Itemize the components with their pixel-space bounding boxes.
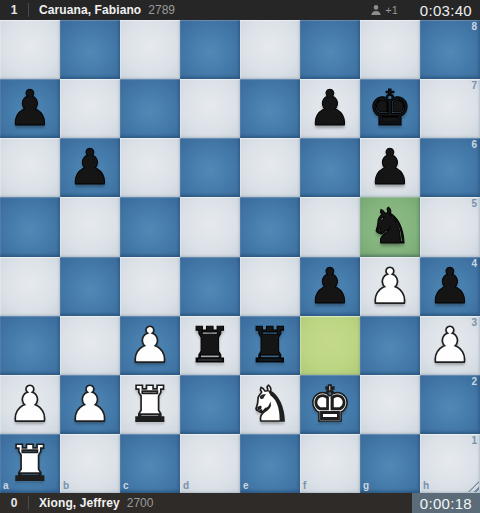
chess-board: 8♟♟♚7♟♟6♞5♟♟4♟♟♜♜3♟♟♟♜♞♚2a♜bcdefg1h — [0, 20, 480, 493]
square-b4[interactable] — [60, 257, 120, 316]
square-e7[interactable] — [240, 79, 300, 138]
square-d6[interactable] — [180, 138, 240, 197]
file-label-d: d — [183, 481, 189, 491]
square-g4[interactable]: ♟ — [360, 257, 420, 316]
square-a6[interactable] — [0, 138, 60, 197]
square-g8[interactable] — [360, 20, 420, 79]
black-pawn[interactable]: ♟ — [60, 138, 120, 197]
square-b6[interactable]: ♟ — [60, 138, 120, 197]
square-f7[interactable]: ♟ — [300, 79, 360, 138]
file-label-h: h — [423, 481, 429, 491]
file-label-c: c — [123, 481, 129, 491]
square-d1[interactable]: d — [180, 434, 240, 493]
square-e2[interactable]: ♞ — [240, 375, 300, 434]
black-pawn[interactable]: ♟ — [300, 79, 360, 138]
square-d8[interactable] — [180, 20, 240, 79]
black-pawn[interactable]: ♟ — [0, 79, 60, 138]
square-f1[interactable]: f — [300, 434, 360, 493]
rank-label-5: 5 — [471, 199, 477, 209]
black-knight[interactable]: ♞ — [360, 197, 420, 256]
square-h6[interactable]: 6 — [420, 138, 480, 197]
square-d3[interactable]: ♜ — [180, 316, 240, 375]
white-pawn[interactable]: ♟ — [420, 316, 480, 375]
rank-label-2: 2 — [471, 377, 477, 387]
square-c5[interactable] — [120, 197, 180, 256]
square-d7[interactable] — [180, 79, 240, 138]
square-f5[interactable] — [300, 197, 360, 256]
square-g2[interactable] — [360, 375, 420, 434]
file-label-e: e — [243, 481, 249, 491]
square-h5[interactable]: 5 — [420, 197, 480, 256]
chess-game-window: 1 Caruana, Fabiano 2789 +1 0:03:40 8♟♟♚7… — [0, 0, 480, 513]
square-e8[interactable] — [240, 20, 300, 79]
square-b1[interactable]: b — [60, 434, 120, 493]
bottom-player-clock: 0:00:18 — [412, 493, 480, 513]
file-label-f: f — [303, 481, 306, 491]
rank-label-7: 7 — [471, 81, 477, 91]
square-b2[interactable]: ♟ — [60, 375, 120, 434]
bottom-player-score: 0 — [0, 496, 29, 510]
square-c3[interactable]: ♟ — [120, 316, 180, 375]
white-pawn[interactable]: ♟ — [360, 257, 420, 316]
square-a5[interactable] — [0, 197, 60, 256]
black-king[interactable]: ♚ — [360, 79, 420, 138]
square-d4[interactable] — [180, 257, 240, 316]
square-e3[interactable]: ♜ — [240, 316, 300, 375]
file-label-g: g — [363, 481, 369, 491]
top-player-clock: 0:03:40 — [412, 0, 480, 20]
person-icon — [370, 4, 382, 16]
rank-label-6: 6 — [471, 140, 477, 150]
square-h3[interactable]: 3♟ — [420, 316, 480, 375]
square-g1[interactable]: g — [360, 434, 420, 493]
square-d5[interactable] — [180, 197, 240, 256]
square-h4[interactable]: 4♟ — [420, 257, 480, 316]
top-player-bar: 1 Caruana, Fabiano 2789 +1 0:03:40 — [0, 0, 480, 20]
square-c6[interactable] — [120, 138, 180, 197]
square-c8[interactable] — [120, 20, 180, 79]
square-g6[interactable]: ♟ — [360, 138, 420, 197]
black-pawn[interactable]: ♟ — [360, 138, 420, 197]
square-h8[interactable]: 8 — [420, 20, 480, 79]
top-player-score: 1 — [0, 3, 29, 17]
white-king[interactable]: ♚ — [300, 375, 360, 434]
white-pawn[interactable]: ♟ — [60, 375, 120, 434]
square-b8[interactable] — [60, 20, 120, 79]
rank-label-8: 8 — [471, 22, 477, 32]
top-player-rating: 2789 — [148, 3, 175, 17]
square-b3[interactable] — [60, 316, 120, 375]
file-label-b: b — [63, 481, 69, 491]
top-player-name: Caruana, Fabiano — [39, 3, 141, 17]
bottom-player-bar: 0 Xiong, Jeffrey 2700 0:00:18 — [0, 493, 480, 513]
square-h1[interactable]: 1h — [420, 434, 480, 493]
black-rook[interactable]: ♜ — [240, 316, 300, 375]
square-a3[interactable] — [0, 316, 60, 375]
square-f3[interactable] — [300, 316, 360, 375]
bottom-player-rating: 2700 — [127, 496, 154, 510]
square-g3[interactable] — [360, 316, 420, 375]
square-a2[interactable]: ♟ — [0, 375, 60, 434]
white-knight[interactable]: ♞ — [240, 375, 300, 434]
black-pawn[interactable]: ♟ — [420, 257, 480, 316]
square-e6[interactable] — [240, 138, 300, 197]
black-pawn[interactable]: ♟ — [300, 257, 360, 316]
rank-label-1: 1 — [471, 436, 477, 446]
square-g7[interactable]: ♚ — [360, 79, 420, 138]
observer-count-label: +1 — [385, 4, 398, 16]
square-d2[interactable] — [180, 375, 240, 434]
square-f8[interactable] — [300, 20, 360, 79]
square-h7[interactable]: 7 — [420, 79, 480, 138]
square-b7[interactable] — [60, 79, 120, 138]
square-c1[interactable]: c — [120, 434, 180, 493]
square-h2[interactable]: 2 — [420, 375, 480, 434]
square-c7[interactable] — [120, 79, 180, 138]
black-rook[interactable]: ♜ — [180, 316, 240, 375]
white-pawn[interactable]: ♟ — [0, 375, 60, 434]
square-b5[interactable] — [60, 197, 120, 256]
square-a8[interactable] — [0, 20, 60, 79]
square-f4[interactable]: ♟ — [300, 257, 360, 316]
square-f6[interactable] — [300, 138, 360, 197]
square-c2[interactable]: ♜ — [120, 375, 180, 434]
resize-grip-icon[interactable] — [468, 481, 479, 492]
square-g5[interactable]: ♞ — [360, 197, 420, 256]
square-c4[interactable] — [120, 257, 180, 316]
white-pawn[interactable]: ♟ — [120, 316, 180, 375]
square-e1[interactable]: e — [240, 434, 300, 493]
square-a7[interactable]: ♟ — [0, 79, 60, 138]
observer-count: +1 — [370, 4, 398, 16]
white-rook[interactable]: ♜ — [0, 434, 60, 493]
square-a4[interactable] — [0, 257, 60, 316]
square-e5[interactable] — [240, 197, 300, 256]
bottom-player-name: Xiong, Jeffrey — [39, 496, 120, 510]
square-f2[interactable]: ♚ — [300, 375, 360, 434]
square-a1[interactable]: a♜ — [0, 434, 60, 493]
square-e4[interactable] — [240, 257, 300, 316]
white-rook[interactable]: ♜ — [120, 375, 180, 434]
